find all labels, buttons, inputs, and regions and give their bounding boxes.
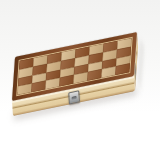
metal-clasp	[68, 90, 80, 104]
board-square	[101, 66, 116, 77]
board-square	[45, 78, 60, 89]
board-square	[17, 84, 32, 95]
board-square	[59, 75, 74, 86]
board-square	[31, 81, 46, 92]
board-square	[73, 72, 88, 83]
product-photo-scene	[0, 0, 160, 160]
clasp-latch-slot	[71, 95, 76, 100]
board-square	[115, 64, 130, 75]
box-shadow-right	[137, 40, 144, 88]
hinge-pin	[135, 67, 136, 75]
board-square	[87, 69, 102, 80]
